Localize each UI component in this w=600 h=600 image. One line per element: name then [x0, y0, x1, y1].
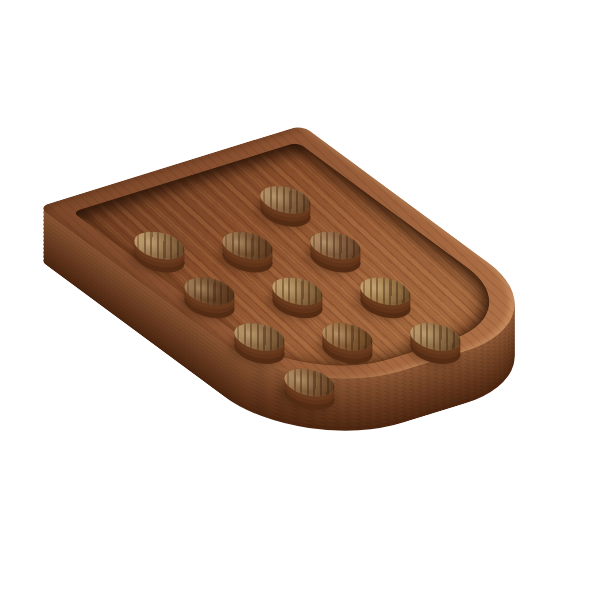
wooden-disc[interactable] — [249, 182, 320, 219]
wooden-disc[interactable] — [211, 227, 282, 264]
wooden-disc[interactable] — [223, 319, 294, 356]
wooden-disc[interactable] — [311, 319, 382, 356]
wooden-disc[interactable] — [299, 227, 370, 264]
wooden-disc[interactable] — [123, 227, 194, 264]
wooden-disc[interactable] — [349, 273, 420, 310]
wooden-disc[interactable] — [273, 364, 344, 401]
wooden-disc[interactable] — [261, 273, 332, 310]
wooden-disc[interactable] — [399, 319, 470, 356]
wooden-disc[interactable] — [173, 273, 244, 310]
product-photo-stage — [0, 0, 600, 600]
